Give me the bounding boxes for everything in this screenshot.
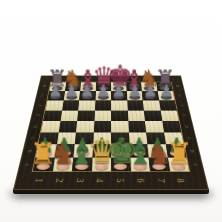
coordinate-label: 7	[155, 172, 169, 188]
square-b8: ♞	[65, 82, 81, 91]
square-e2: ♟	[111, 144, 130, 157]
bottom-coordinates: 12345678	[29, 174, 194, 188]
coordinate-label: E	[29, 112, 47, 119]
coordinate-label: D	[26, 123, 44, 130]
coordinate-label: D	[178, 123, 196, 130]
square-f4	[128, 121, 146, 132]
piece-base	[98, 95, 109, 99]
board-scene: ♜♞♝♛♚♝♞♜♟♟♟♟♟♟♟♟♟♟♟♟♟♟♟♟♜♞♝♛♚♝♞♜ 1234567…	[13, 75, 209, 190]
square-f1: ♝	[130, 157, 150, 171]
piece-base	[58, 150, 71, 156]
piece-base	[159, 86, 170, 90]
chess-set-photo: ♜♞♝♛♚♝♞♜♟♟♟♟♟♟♟♟♟♟♟♟♟♟♟♟♜♞♝♛♚♝♞♜ 1234567…	[0, 0, 222, 222]
square-g7: ♟	[142, 91, 159, 100]
piece-base	[50, 95, 62, 99]
square-d5	[94, 110, 111, 121]
square-f8: ♝	[126, 82, 142, 91]
square-c1: ♝	[72, 157, 92, 171]
coordinate-label: H	[170, 84, 186, 89]
square-g4	[145, 121, 164, 132]
square-d1: ♛	[91, 157, 111, 171]
coordinate-label: 4	[95, 172, 107, 188]
square-c6	[78, 100, 95, 110]
square-c8: ♝	[80, 82, 96, 91]
square-f6	[127, 100, 144, 110]
square-f2: ♟	[129, 144, 148, 157]
square-b5	[60, 110, 78, 121]
coordinate-label: B	[20, 147, 40, 155]
square-d3	[93, 132, 111, 144]
piece-base	[82, 95, 93, 99]
square-d4	[93, 121, 111, 132]
piece-base	[76, 150, 89, 156]
coordinate-label: 3	[74, 172, 87, 188]
piece-base	[160, 95, 172, 99]
square-e6	[111, 100, 127, 110]
piece-base	[113, 86, 124, 90]
piece-base	[132, 150, 145, 156]
piece-base	[36, 163, 50, 170]
piece-base	[52, 86, 63, 90]
square-d2: ♟	[92, 144, 111, 157]
square-f5	[127, 110, 144, 121]
coordinate-label: 5	[115, 172, 127, 188]
coordinate-label: E	[176, 112, 194, 119]
piece-base	[113, 95, 124, 99]
square-e7: ♟	[111, 91, 127, 100]
board-grid: ♜♞♝♛♚♝♞♜♟♟♟♟♟♟♟♟♟♟♟♟♟♟♟♟♜♞♝♛♚♝♞♜	[32, 82, 191, 172]
piece-base	[133, 163, 147, 170]
coordinate-label: F	[174, 102, 191, 108]
coordinate-label: C	[180, 135, 199, 142]
coordinate-label: A	[185, 161, 205, 170]
piece-base	[114, 150, 127, 156]
square-c2: ♟	[73, 144, 92, 157]
square-b6	[62, 100, 79, 110]
piece-base	[144, 86, 155, 90]
piece-base	[83, 86, 94, 90]
coordinate-label: G	[172, 93, 188, 99]
piece-base	[152, 163, 166, 170]
square-e4	[111, 121, 129, 132]
square-g6	[143, 100, 160, 110]
piece-base	[95, 163, 108, 170]
piece-base	[114, 163, 127, 170]
square-b3	[57, 132, 76, 144]
square-b1: ♞	[52, 157, 73, 171]
piece-base	[145, 95, 156, 99]
square-g5	[144, 110, 162, 121]
coordinate-label: G	[34, 93, 50, 99]
square-d6	[95, 100, 111, 110]
square-e1: ♚	[111, 157, 131, 171]
coordinate-label: A	[16, 161, 36, 170]
square-g8: ♞	[141, 82, 157, 91]
piece-base	[129, 95, 140, 99]
square-b7: ♟	[63, 91, 80, 100]
coordinate-label: F	[32, 102, 49, 108]
square-g3	[146, 132, 165, 144]
piece-base	[56, 163, 70, 170]
coordinate-label: C	[23, 135, 42, 142]
piece-base	[129, 86, 140, 90]
piece-base	[67, 86, 78, 90]
piece-base	[95, 150, 108, 156]
chess-board: ♜♞♝♛♚♝♞♜♟♟♟♟♟♟♟♟♟♟♟♟♟♟♟♟♜♞♝♛♚♝♞♜ 1234567…	[13, 75, 209, 190]
square-c3	[75, 132, 94, 144]
coordinate-label: H	[36, 84, 52, 89]
square-e8: ♚	[111, 82, 126, 91]
square-c5	[77, 110, 94, 121]
coordinate-label: 8	[175, 172, 190, 188]
square-g2: ♟	[147, 144, 167, 157]
square-d8: ♛	[96, 82, 111, 91]
piece-base	[98, 86, 109, 90]
square-b4	[58, 121, 77, 132]
square-g1: ♞	[149, 157, 170, 171]
square-e5	[111, 110, 128, 121]
coordinate-label: 2	[53, 172, 67, 188]
square-f7: ♟	[126, 91, 142, 100]
square-b2: ♟	[55, 144, 75, 157]
piece-base	[171, 163, 185, 170]
square-c4	[76, 121, 94, 132]
piece-base	[66, 95, 77, 99]
square-a2: ♟	[36, 144, 57, 157]
square-c7: ♟	[79, 91, 95, 100]
piece-base	[151, 150, 164, 156]
coordinate-label: B	[183, 147, 203, 155]
piece-base	[169, 150, 183, 156]
coordinate-label: 1	[33, 172, 48, 188]
square-e3	[111, 132, 129, 144]
square-d7: ♟	[95, 91, 111, 100]
piece-base	[75, 163, 89, 170]
square-f3	[129, 132, 148, 144]
coordinate-label: 6	[135, 172, 148, 188]
piece-base	[39, 150, 53, 156]
